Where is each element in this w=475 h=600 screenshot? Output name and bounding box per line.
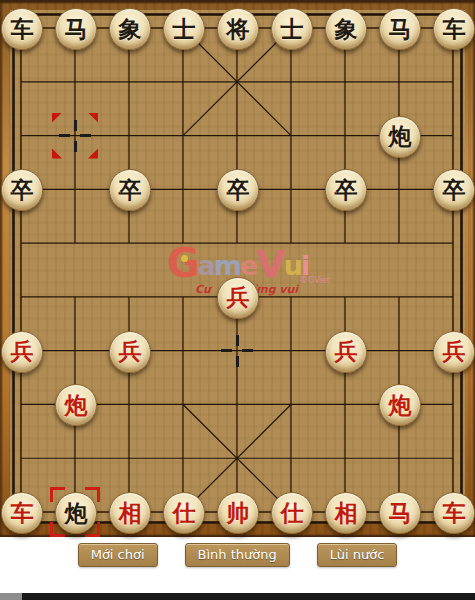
piece-red-cannon[interactable]: 炮 [55, 384, 97, 426]
piece-glyph: 车 [11, 502, 34, 525]
difficulty-button[interactable]: Bình thường [185, 543, 290, 567]
piece-black-soldier[interactable]: 卒 [1, 169, 43, 211]
piece-glyph: 卒 [335, 179, 358, 202]
piece-glyph: 炮 [65, 394, 88, 417]
piece-glyph: 相 [119, 502, 142, 525]
piece-red-soldier[interactable]: 兵 [109, 331, 151, 373]
piece-glyph: 车 [443, 18, 466, 41]
piece-glyph: 马 [389, 502, 412, 525]
undo-move-button[interactable]: Lùi nước [317, 543, 398, 567]
piece-glyph: 卒 [227, 179, 250, 202]
piece-black-cannon[interactable]: 炮 [379, 116, 421, 158]
piece-red-elephant[interactable]: 相 [109, 492, 151, 534]
game-controls: Mới chơi Bình thường Lùi nước [0, 543, 475, 567]
piece-glyph: 卒 [443, 179, 466, 202]
piece-glyph: 象 [335, 18, 358, 41]
piece-glyph: 仕 [281, 502, 304, 525]
piece-black-chariot[interactable]: 车 [1, 8, 43, 50]
pieces-layer: 车马象士将士象马车炮卒卒卒卒卒兵兵兵兵兵炮炮车炮相仕帅仕相马车 [0, 0, 475, 537]
piece-red-soldier[interactable]: 兵 [325, 331, 367, 373]
piece-black-elephant[interactable]: 象 [109, 8, 151, 50]
piece-black-general[interactable]: 将 [217, 8, 259, 50]
piece-glyph: 马 [389, 18, 412, 41]
piece-red-cannon[interactable]: 炮 [379, 384, 421, 426]
piece-red-soldier[interactable]: 兵 [1, 331, 43, 373]
piece-glyph: 炮 [389, 125, 412, 148]
piece-glyph: 士 [281, 18, 304, 41]
piece-glyph: 马 [65, 18, 88, 41]
xiangqi-board: GameVui ©GViet Cư ừng vui 车马象士将士象马车炮卒卒卒卒… [0, 0, 475, 537]
piece-red-elephant[interactable]: 相 [325, 492, 367, 534]
piece-red-advisor[interactable]: 仕 [271, 492, 313, 534]
piece-black-cannon[interactable]: 炮 [55, 492, 97, 534]
xiangqi-game-page: GameVui ©GViet Cư ừng vui 车马象士将士象马车炮卒卒卒卒… [0, 0, 475, 600]
piece-glyph: 帅 [227, 502, 250, 525]
piece-black-soldier[interactable]: 卒 [433, 169, 475, 211]
piece-red-soldier[interactable]: 兵 [217, 277, 259, 319]
piece-red-chariot[interactable]: 车 [433, 492, 475, 534]
bottom-bar [0, 593, 475, 600]
piece-black-soldier[interactable]: 卒 [109, 169, 151, 211]
piece-black-advisor[interactable]: 士 [271, 8, 313, 50]
piece-glyph: 车 [11, 18, 34, 41]
piece-glyph: 仕 [173, 502, 196, 525]
piece-glyph: 士 [173, 18, 196, 41]
piece-glyph: 象 [119, 18, 142, 41]
bottom-bar-left-segment [0, 593, 22, 600]
piece-black-horse[interactable]: 马 [379, 8, 421, 50]
piece-red-soldier[interactable]: 兵 [433, 331, 475, 373]
piece-black-elephant[interactable]: 象 [325, 8, 367, 50]
new-game-button[interactable]: Mới chơi [78, 543, 158, 567]
piece-glyph: 兵 [443, 340, 466, 363]
piece-glyph: 卒 [119, 179, 142, 202]
piece-glyph: 相 [335, 502, 358, 525]
piece-red-general[interactable]: 帅 [217, 492, 259, 534]
piece-black-advisor[interactable]: 士 [163, 8, 205, 50]
piece-glyph: 炮 [65, 502, 88, 525]
piece-glyph: 兵 [11, 340, 34, 363]
piece-black-horse[interactable]: 马 [55, 8, 97, 50]
piece-red-horse[interactable]: 马 [379, 492, 421, 534]
piece-black-soldier[interactable]: 卒 [325, 169, 367, 211]
piece-glyph: 兵 [119, 340, 142, 363]
piece-glyph: 车 [443, 502, 466, 525]
piece-glyph: 兵 [227, 286, 250, 309]
piece-glyph: 兵 [335, 340, 358, 363]
piece-black-soldier[interactable]: 卒 [217, 169, 259, 211]
piece-glyph: 将 [227, 18, 250, 41]
piece-glyph: 炮 [389, 394, 412, 417]
piece-red-chariot[interactable]: 车 [1, 492, 43, 534]
piece-red-advisor[interactable]: 仕 [163, 492, 205, 534]
piece-black-chariot[interactable]: 车 [433, 8, 475, 50]
piece-glyph: 卒 [11, 179, 34, 202]
